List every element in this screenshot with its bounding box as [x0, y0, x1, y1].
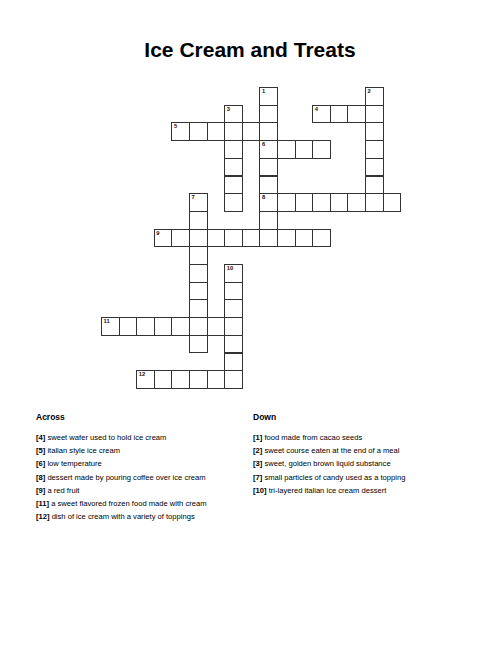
- across-clue-list: [4] sweet wafer used to hold ice cream[5…: [36, 431, 246, 523]
- grid-cell[interactable]: 9: [154, 229, 173, 248]
- grid-cell[interactable]: [242, 229, 261, 248]
- grid-cell[interactable]: [224, 353, 243, 372]
- clue-text: tri-layered italian ice cream dessert: [269, 486, 387, 495]
- clue-text: sweet, golden brown liquid substance: [264, 459, 390, 468]
- grid-cell[interactable]: [295, 229, 314, 248]
- clue-number: [3]: [253, 459, 264, 468]
- grid-cell[interactable]: [224, 317, 243, 336]
- down-clue-10: [10] tri-layered italian ice cream desse…: [253, 484, 483, 497]
- clue-number: [11]: [36, 499, 51, 508]
- grid-cell[interactable]: [259, 211, 278, 230]
- grid-cell[interactable]: 10: [224, 264, 243, 283]
- puzzle-title: Ice Cream and Treats: [0, 38, 500, 62]
- clue-number: [9]: [36, 486, 47, 495]
- cell-number: 9: [156, 230, 159, 237]
- grid-cell[interactable]: [277, 229, 296, 248]
- grid-cell[interactable]: [171, 229, 190, 248]
- grid-cell[interactable]: [312, 229, 331, 248]
- grid-cell[interactable]: [365, 176, 384, 195]
- clue-text: sweet course eaten at the end of a meal: [264, 446, 399, 455]
- across-clue-8: [8] dessert made by pouring coffee over …: [36, 471, 246, 484]
- clue-number: [8]: [36, 473, 47, 482]
- cell-number: 5: [174, 123, 177, 130]
- grid-cell[interactable]: [224, 370, 243, 389]
- grid-cell[interactable]: [189, 122, 208, 141]
- grid-cell[interactable]: 6: [259, 140, 278, 159]
- down-header: Down: [253, 412, 483, 422]
- crossword-grid: 123456789101112: [101, 87, 403, 390]
- grid-cell[interactable]: [224, 282, 243, 301]
- across-clue-5: [5] italian style ice cream: [36, 444, 246, 457]
- grid-cell[interactable]: 12: [136, 370, 155, 389]
- across-header: Across: [36, 412, 246, 422]
- grid-cell[interactable]: [171, 317, 190, 336]
- grid-cell[interactable]: [365, 140, 384, 159]
- grid-cell[interactable]: [224, 176, 243, 195]
- grid-cell[interactable]: [259, 158, 278, 177]
- grid-cell[interactable]: [189, 299, 208, 318]
- grid-cell[interactable]: [136, 317, 155, 336]
- grid-cell[interactable]: [207, 122, 226, 141]
- grid-cell[interactable]: [171, 370, 190, 389]
- cell-number: 10: [227, 265, 233, 272]
- grid-cell[interactable]: [207, 370, 226, 389]
- down-clue-7: [7] small particles of candy used as a t…: [253, 471, 483, 484]
- clue-text: a red fruit: [47, 486, 79, 495]
- grid-cell[interactable]: [154, 317, 173, 336]
- grid-cell[interactable]: [312, 193, 331, 212]
- grid-cell[interactable]: [189, 370, 208, 389]
- grid-cell[interactable]: [259, 176, 278, 195]
- grid-cell[interactable]: [119, 317, 138, 336]
- clue-number: [12]: [36, 512, 52, 521]
- grid-cell[interactable]: [259, 105, 278, 124]
- grid-cell[interactable]: [295, 140, 314, 159]
- grid-cell[interactable]: 3: [224, 105, 243, 124]
- grid-cell[interactable]: 1: [259, 87, 278, 106]
- cell-number: 7: [192, 194, 195, 201]
- cell-number: 1: [262, 88, 265, 95]
- grid-cell[interactable]: [242, 122, 261, 141]
- across-clue-4: [4] sweet wafer used to hold ice cream: [36, 431, 246, 444]
- across-clue-6: [6] low temperature: [36, 457, 246, 470]
- clue-text: low temperature: [47, 459, 101, 468]
- clue-text: dish of ice cream with a variety of topp…: [52, 512, 195, 521]
- grid-cell[interactable]: [347, 105, 366, 124]
- grid-cell[interactable]: [189, 264, 208, 283]
- clue-number: [6]: [36, 459, 47, 468]
- grid-cell[interactable]: [224, 140, 243, 159]
- cell-number: 2: [368, 88, 371, 95]
- clue-text: dessert made by pouring coffee over ice …: [47, 473, 205, 482]
- grid-cell[interactable]: [189, 282, 208, 301]
- grid-cell[interactable]: 11: [101, 317, 120, 336]
- grid-cell[interactable]: [207, 317, 226, 336]
- grid-cell[interactable]: 5: [171, 122, 190, 141]
- clue-number: [7]: [253, 473, 264, 482]
- grid-cell[interactable]: [383, 193, 402, 212]
- grid-cell[interactable]: [189, 229, 208, 248]
- grid-cell[interactable]: [277, 193, 296, 212]
- cell-number: 3: [227, 106, 230, 113]
- grid-cell[interactable]: [224, 299, 243, 318]
- page: { "game": "crossword", "title": "Ice Cre…: [0, 0, 500, 647]
- down-clue-1: [1] food made from cacao seeds: [253, 431, 483, 444]
- across-clues-section: Across [4] sweet wafer used to hold ice …: [36, 412, 246, 523]
- cell-number: 11: [104, 318, 110, 325]
- grid-cell[interactable]: [189, 335, 208, 354]
- clue-number: [5]: [36, 446, 47, 455]
- grid-cell[interactable]: [365, 105, 384, 124]
- grid-cell[interactable]: [295, 193, 314, 212]
- grid-cell[interactable]: [224, 229, 243, 248]
- grid-cell[interactable]: [330, 105, 349, 124]
- grid-cell[interactable]: [189, 246, 208, 265]
- across-clue-12: [12] dish of ice cream with a variety of…: [36, 510, 246, 523]
- grid-cell[interactable]: 7: [189, 193, 208, 212]
- down-clue-3: [3] sweet, golden brown liquid substance: [253, 457, 483, 470]
- cell-number: 4: [315, 106, 318, 113]
- grid-cell[interactable]: [259, 229, 278, 248]
- grid-cell[interactable]: [224, 193, 243, 212]
- grid-cell[interactable]: [189, 317, 208, 336]
- grid-cell[interactable]: [312, 140, 331, 159]
- grid-cell[interactable]: 4: [312, 105, 331, 124]
- grid-cell[interactable]: 8: [259, 193, 278, 212]
- cell-number: 6: [262, 141, 265, 148]
- down-clues-section: Down [1] food made from cacao seeds[2] s…: [253, 412, 483, 497]
- grid-cell[interactable]: [259, 122, 278, 141]
- down-clue-list: [1] food made from cacao seeds[2] sweet …: [253, 431, 483, 497]
- grid-cell[interactable]: [330, 193, 349, 212]
- clue-text: sweet wafer used to hold ice cream: [47, 433, 166, 442]
- clue-text: food made from cacao seeds: [264, 433, 362, 442]
- cell-number: 12: [139, 371, 145, 378]
- grid-cell[interactable]: [224, 335, 243, 354]
- grid-cell[interactable]: [224, 158, 243, 177]
- cell-number: 8: [262, 194, 265, 201]
- grid-cell[interactable]: [365, 158, 384, 177]
- grid-cell[interactable]: [189, 211, 208, 230]
- grid-cell[interactable]: [224, 122, 243, 141]
- clue-number: [1]: [253, 433, 264, 442]
- grid-cell[interactable]: 2: [365, 87, 384, 106]
- grid-cell[interactable]: [365, 193, 384, 212]
- clue-text: small particles of candy used as a toppi…: [264, 473, 405, 482]
- grid-cell[interactable]: [347, 193, 366, 212]
- clue-number: [4]: [36, 433, 47, 442]
- across-clue-9: [9] a red fruit: [36, 484, 246, 497]
- grid-cell[interactable]: [277, 140, 296, 159]
- clue-number: [2]: [253, 446, 264, 455]
- across-clue-11: [11] a sweet flavored frozen food made w…: [36, 497, 246, 510]
- clue-text: a sweet flavored frozen food made with c…: [51, 499, 206, 508]
- down-clue-2: [2] sweet course eaten at the end of a m…: [253, 444, 483, 457]
- grid-cell[interactable]: [365, 122, 384, 141]
- grid-cell[interactable]: [207, 229, 226, 248]
- clue-number: [10]: [253, 486, 269, 495]
- clue-text: italian style ice cream: [47, 446, 120, 455]
- grid-cell[interactable]: [154, 370, 173, 389]
